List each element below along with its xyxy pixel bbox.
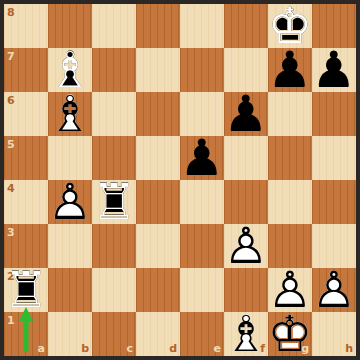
- coord-rank-5: 5: [7, 139, 15, 150]
- square-h7[interactable]: ♟: [312, 48, 356, 92]
- white-bishop[interactable]: ♝♗: [224, 312, 268, 356]
- piece-glyph: ♟: [180, 133, 225, 183]
- square-d6[interactable]: [136, 92, 180, 136]
- piece-outline-glyph: ♔: [268, 309, 313, 359]
- square-g1[interactable]: g♚♔: [268, 312, 312, 356]
- square-h2[interactable]: ♟♙: [312, 268, 356, 312]
- square-d1[interactable]: d: [136, 312, 180, 356]
- white-pawn[interactable]: ♟♙: [224, 224, 268, 268]
- white-bishop[interactable]: ♝♗: [48, 92, 92, 136]
- square-f1[interactable]: f♝♗: [224, 312, 268, 356]
- coord-file-a: a: [38, 343, 45, 354]
- square-b6[interactable]: ♝♗: [48, 92, 92, 136]
- piece-glyph: ♟: [224, 89, 269, 139]
- board: 8♚♔7♝♗♟♟6♝♗♟5♟4♟♙♜♖3♟♙2♜♖♟♙♟♙1abcdef♝♗g♚…: [4, 4, 356, 356]
- black-pawn[interactable]: ♟: [312, 48, 356, 92]
- square-b4[interactable]: ♟♙: [48, 180, 92, 224]
- square-a5[interactable]: 5: [4, 136, 48, 180]
- square-c1[interactable]: c: [92, 312, 136, 356]
- square-a6[interactable]: 6: [4, 92, 48, 136]
- square-h4[interactable]: [312, 180, 356, 224]
- coord-file-c: c: [126, 343, 133, 354]
- square-a2[interactable]: 2♜♖: [4, 268, 48, 312]
- square-a8[interactable]: 8: [4, 4, 48, 48]
- coord-rank-6: 6: [7, 95, 15, 106]
- white-pawn[interactable]: ♟♙: [312, 268, 356, 312]
- square-e3[interactable]: [180, 224, 224, 268]
- coord-file-b: b: [81, 343, 89, 354]
- square-e5[interactable]: ♟: [180, 136, 224, 180]
- square-c4[interactable]: ♜♖: [92, 180, 136, 224]
- square-f6[interactable]: ♟: [224, 92, 268, 136]
- coord-rank-3: 3: [7, 227, 15, 238]
- square-d2[interactable]: [136, 268, 180, 312]
- coord-rank-8: 8: [7, 7, 15, 18]
- black-pawn[interactable]: ♟: [224, 92, 268, 136]
- coord-file-h: h: [345, 343, 353, 354]
- square-d4[interactable]: [136, 180, 180, 224]
- square-f3[interactable]: ♟♙: [224, 224, 268, 268]
- coord-file-d: d: [169, 343, 177, 354]
- piece-outline-glyph: ♙: [48, 177, 93, 227]
- square-d7[interactable]: [136, 48, 180, 92]
- white-king[interactable]: ♚♔: [268, 312, 312, 356]
- square-f8[interactable]: [224, 4, 268, 48]
- square-e2[interactable]: [180, 268, 224, 312]
- square-d8[interactable]: [136, 4, 180, 48]
- square-c6[interactable]: [92, 92, 136, 136]
- square-d5[interactable]: [136, 136, 180, 180]
- piece-outline-glyph: ♙: [224, 221, 269, 271]
- piece-outline-glyph: ♗: [224, 309, 269, 359]
- piece-outline-glyph: ♖: [92, 177, 137, 227]
- piece-glyph: ♟: [268, 45, 313, 95]
- black-rook[interactable]: ♜♖: [4, 268, 48, 312]
- piece-outline-glyph: ♖: [4, 265, 49, 315]
- board-frame: 8♚♔7♝♗♟♟6♝♗♟5♟4♟♙♜♖3♟♙2♜♖♟♙♟♙1abcdef♝♗g♚…: [0, 0, 360, 360]
- square-e1[interactable]: e: [180, 312, 224, 356]
- square-c2[interactable]: [92, 268, 136, 312]
- square-h5[interactable]: [312, 136, 356, 180]
- black-pawn[interactable]: ♟: [180, 136, 224, 180]
- square-g7[interactable]: ♟: [268, 48, 312, 92]
- square-c7[interactable]: [92, 48, 136, 92]
- black-pawn[interactable]: ♟: [268, 48, 312, 92]
- piece-outline-glyph: ♗: [48, 89, 93, 139]
- square-c8[interactable]: [92, 4, 136, 48]
- black-rook[interactable]: ♜♖: [92, 180, 136, 224]
- square-e7[interactable]: [180, 48, 224, 92]
- square-a4[interactable]: 4: [4, 180, 48, 224]
- coord-file-e: e: [214, 343, 221, 354]
- square-e8[interactable]: [180, 4, 224, 48]
- square-g5[interactable]: [268, 136, 312, 180]
- square-d3[interactable]: [136, 224, 180, 268]
- coord-rank-4: 4: [7, 183, 15, 194]
- piece-outline-glyph: ♙: [312, 265, 357, 315]
- square-b1[interactable]: b: [48, 312, 92, 356]
- coord-rank-7: 7: [7, 51, 15, 62]
- square-g4[interactable]: [268, 180, 312, 224]
- square-b2[interactable]: [48, 268, 92, 312]
- piece-glyph: ♟: [312, 45, 357, 95]
- square-a7[interactable]: 7: [4, 48, 48, 92]
- white-pawn[interactable]: ♟♙: [48, 180, 92, 224]
